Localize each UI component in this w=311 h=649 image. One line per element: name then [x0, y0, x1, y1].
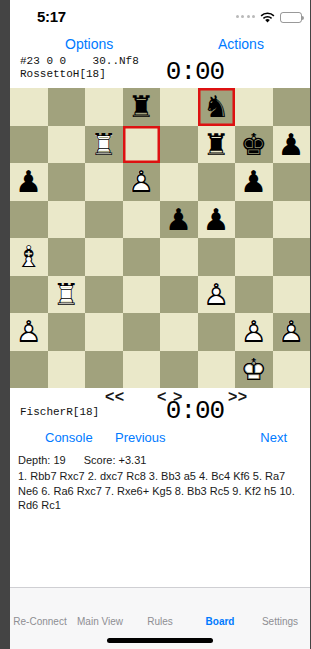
square-e8[interactable] [160, 88, 198, 126]
black-rook-f7: ♜ [198, 126, 236, 164]
square-d1[interactable] [123, 351, 161, 389]
square-d6[interactable]: ♟♙ [123, 163, 161, 201]
console-link[interactable]: Console [45, 430, 93, 445]
square-f4[interactable] [198, 238, 236, 276]
square-g8[interactable] [235, 88, 273, 126]
square-e6[interactable] [160, 163, 198, 201]
square-h4[interactable] [273, 238, 311, 276]
square-d7[interactable] [123, 126, 161, 164]
white-rook-b3: ♜♖ [48, 276, 86, 314]
chess-board: ♜♞♜♖♜♚♟♟♟♙♟♟♟♝♗♜♖♟♙♟♙♟♙♟♙♚♔ [10, 88, 310, 388]
square-c3[interactable] [85, 276, 123, 314]
square-d4[interactable] [123, 238, 161, 276]
square-a5[interactable] [10, 201, 48, 239]
square-g4[interactable] [235, 238, 273, 276]
square-a1[interactable] [10, 351, 48, 389]
square-f6[interactable] [198, 163, 236, 201]
square-d5[interactable] [123, 201, 161, 239]
square-h2[interactable]: ♟♙ [273, 313, 311, 351]
square-a6[interactable]: ♟ [10, 163, 48, 201]
square-e5[interactable]: ♟ [160, 201, 198, 239]
black-knight-f8: ♞ [198, 88, 236, 126]
square-g3[interactable] [235, 276, 273, 314]
square-h5[interactable] [273, 201, 311, 239]
square-h1[interactable] [273, 351, 311, 389]
square-b1[interactable] [48, 351, 86, 389]
square-c1[interactable] [85, 351, 123, 389]
square-f7[interactable]: ♜ [198, 126, 236, 164]
square-c2[interactable] [85, 313, 123, 351]
square-a7[interactable] [10, 126, 48, 164]
black-clock: 0:00 [150, 57, 240, 87]
wifi-icon [260, 12, 275, 23]
square-h3[interactable] [273, 276, 311, 314]
square-a3[interactable] [10, 276, 48, 314]
tab-reconnect[interactable]: Re-Connect [10, 588, 70, 649]
home-indicator[interactable] [107, 638, 213, 643]
square-c6[interactable] [85, 163, 123, 201]
square-a4[interactable]: ♝♗ [10, 238, 48, 276]
rewind-button[interactable]: << [105, 388, 125, 406]
battery-icon [280, 12, 302, 23]
black-pawn-a6: ♟ [10, 163, 48, 201]
chess-app-screen: 5:17 Options Actions #23 0 0 30..Nf8 Ros… [10, 0, 310, 649]
white-clock: 0:00 [150, 396, 240, 426]
square-f8[interactable]: ♞ [198, 88, 236, 126]
square-d8[interactable]: ♜ [123, 88, 161, 126]
square-a2[interactable]: ♟♙ [10, 313, 48, 351]
square-a8[interactable] [10, 88, 48, 126]
square-c7[interactable]: ♜♖ [85, 126, 123, 164]
white-pawn-g2: ♟♙ [235, 313, 273, 351]
square-d3[interactable] [123, 276, 161, 314]
square-e4[interactable] [160, 238, 198, 276]
actions-button[interactable]: Actions [218, 36, 264, 52]
black-rook-d8: ♜ [123, 88, 161, 126]
white-pawn-d6: ♟♙ [123, 163, 161, 201]
square-b3[interactable]: ♜♖ [48, 276, 86, 314]
game-header-line: #23 0 0 30..Nf8 [20, 55, 139, 67]
depth-value: Depth: 19 [18, 454, 66, 466]
square-c5[interactable] [85, 201, 123, 239]
square-f1[interactable] [198, 351, 236, 389]
analysis-line: 1. Rbb7 Rxc7 2. dxc7 Rc8 3. Bb3 a5 4. Bc… [18, 469, 308, 513]
options-button[interactable]: Options [65, 36, 113, 52]
black-pawn-g6: ♟ [235, 163, 273, 201]
square-g1[interactable]: ♚♔ [235, 351, 273, 389]
square-h8[interactable] [273, 88, 311, 126]
square-g5[interactable] [235, 201, 273, 239]
score-value: Score: +3.31 [84, 454, 147, 466]
square-b7[interactable] [48, 126, 86, 164]
square-b5[interactable] [48, 201, 86, 239]
black-pawn-e5: ♟ [160, 201, 198, 239]
square-d2[interactable] [123, 313, 161, 351]
square-e7[interactable] [160, 126, 198, 164]
square-b4[interactable] [48, 238, 86, 276]
square-b2[interactable] [48, 313, 86, 351]
square-c4[interactable] [85, 238, 123, 276]
white-pawn-a2: ♟♙ [10, 313, 48, 351]
square-b6[interactable] [48, 163, 86, 201]
white-king-g1: ♚♔ [235, 351, 273, 389]
clock-time: 5:17 [37, 8, 66, 25]
square-f3[interactable]: ♟♙ [198, 276, 236, 314]
black-player-name: RossettoH[18] [20, 68, 106, 80]
white-pawn-f3: ♟♙ [198, 276, 236, 314]
previous-link[interactable]: Previous [115, 430, 166, 445]
status-bar: 5:17 [10, 0, 310, 28]
square-f5[interactable]: ♟ [198, 201, 236, 239]
analysis-summary: Depth: 19Score: +3.31 [18, 454, 164, 466]
square-h6[interactable] [273, 163, 311, 201]
black-king-g7: ♚ [235, 126, 273, 164]
next-link[interactable]: Next [260, 430, 287, 445]
white-player-name: FischerR[18] [20, 406, 99, 418]
square-g6[interactable]: ♟ [235, 163, 273, 201]
square-e3[interactable] [160, 276, 198, 314]
black-pawn-f5: ♟ [198, 201, 236, 239]
white-rook-c7: ♜♖ [85, 126, 123, 164]
tab-settings[interactable]: Settings [250, 588, 310, 649]
white-bishop-a4: ♝♗ [10, 238, 48, 276]
square-b8[interactable] [48, 88, 86, 126]
square-c8[interactable] [85, 88, 123, 126]
square-e2[interactable] [160, 313, 198, 351]
square-f2[interactable] [198, 313, 236, 351]
cellular-signal-icon [236, 15, 256, 20]
square-g2[interactable]: ♟♙ [235, 313, 273, 351]
black-pawn-h7: ♟ [273, 126, 311, 164]
white-pawn-h2: ♟♙ [273, 313, 311, 351]
square-e1[interactable] [160, 351, 198, 389]
square-g7[interactable]: ♚ [235, 126, 273, 164]
square-h7[interactable]: ♟ [273, 126, 311, 164]
